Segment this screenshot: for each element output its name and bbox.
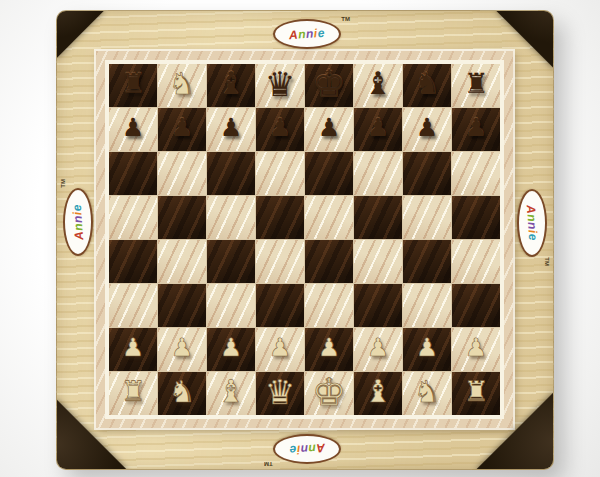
trademark-symbol: TM [544,257,550,266]
piece-light-pawn[interactable]: ♟ [416,335,438,360]
piece-dark-pawn[interactable]: ♟ [416,115,438,140]
square-a6[interactable] [109,152,157,195]
square-e3[interactable] [305,284,353,327]
photo-background: ♜♞♝♛♚♝♞♜♟♟♟♟♟♟♟♟♟♟♟♟♟♟♟♟♜♞♝♛♚♝♞♜ Annie T… [0,0,600,477]
square-e2[interactable]: ♟ [305,328,353,371]
annie-logo-bottom: Annie TM [273,434,341,464]
square-d6[interactable] [256,152,304,195]
square-h5[interactable] [452,196,500,239]
piece-light-knight[interactable]: ♞ [169,69,196,99]
square-e4[interactable] [305,240,353,283]
piece-dark-bishop[interactable]: ♝ [364,68,392,99]
brand-text: Annie [524,205,540,242]
square-d3[interactable] [256,284,304,327]
piece-light-knight[interactable]: ♞ [169,377,196,407]
square-g8[interactable]: ♞ [403,64,451,107]
brand-text: Annie [289,26,326,42]
piece-light-rook[interactable]: ♜ [120,378,145,406]
annie-logo-right: Annie TM [517,189,547,257]
trademark-symbol: TM [60,179,66,188]
square-h2[interactable]: ♟ [452,328,500,371]
square-d1[interactable]: ♛ [256,372,304,415]
square-h6[interactable] [452,152,500,195]
square-c8[interactable]: ♝ [207,64,255,107]
piece-light-pawn[interactable]: ♟ [465,335,487,360]
square-b1[interactable]: ♞ [158,372,206,415]
piece-light-bishop[interactable]: ♝ [364,376,392,407]
square-b7[interactable]: ♟ [158,108,206,151]
square-c6[interactable] [207,152,255,195]
piece-dark-pawn[interactable]: ♟ [367,115,389,140]
square-h4[interactable] [452,240,500,283]
square-d5[interactable] [256,196,304,239]
piece-light-rook[interactable]: ♜ [463,378,488,406]
square-b5[interactable] [158,196,206,239]
piece-dark-pawn[interactable]: ♟ [122,115,144,140]
piece-light-pawn[interactable]: ♟ [318,335,340,360]
square-a8[interactable]: ♜ [109,64,157,107]
square-f7[interactable]: ♟ [354,108,402,151]
trademark-symbol: TM [264,461,273,467]
square-g1[interactable]: ♞ [403,372,451,415]
annie-logo-left: Annie TM [63,188,93,256]
piece-light-pawn[interactable]: ♟ [220,335,242,360]
square-d2[interactable]: ♟ [256,328,304,371]
square-e8[interactable]: ♚ [305,64,353,107]
piece-light-knight[interactable]: ♞ [414,377,441,407]
square-a1[interactable]: ♜ [109,372,157,415]
brand-text: Annie [70,204,86,241]
square-f1[interactable]: ♝ [354,372,402,415]
square-f6[interactable] [354,152,402,195]
piece-light-king[interactable]: ♚ [312,373,346,411]
square-e1[interactable]: ♚ [305,372,353,415]
piece-dark-pawn[interactable]: ♟ [171,115,193,140]
chess-board: ♜♞♝♛♚♝♞♜♟♟♟♟♟♟♟♟♟♟♟♟♟♟♟♟♜♞♝♛♚♝♞♜ Annie T… [56,10,554,470]
square-c2[interactable]: ♟ [207,328,255,371]
square-a3[interactable] [109,284,157,327]
square-b2[interactable]: ♟ [158,328,206,371]
square-f8[interactable]: ♝ [354,64,402,107]
piece-light-pawn[interactable]: ♟ [122,335,144,360]
square-h7[interactable]: ♟ [452,108,500,151]
square-a5[interactable] [109,196,157,239]
square-b4[interactable] [158,240,206,283]
square-f5[interactable] [354,196,402,239]
square-g7[interactable]: ♟ [403,108,451,151]
square-g4[interactable] [403,240,451,283]
piece-dark-pawn[interactable]: ♟ [465,115,487,140]
square-h8[interactable]: ♜ [452,64,500,107]
piece-light-pawn[interactable]: ♟ [367,335,389,360]
square-g3[interactable] [403,284,451,327]
piece-dark-knight[interactable]: ♞ [414,69,441,99]
square-a7[interactable]: ♟ [109,108,157,151]
piece-dark-pawn[interactable]: ♟ [269,115,291,140]
square-e5[interactable] [305,196,353,239]
square-d8[interactable]: ♛ [256,64,304,107]
square-g6[interactable] [403,152,451,195]
piece-dark-rook[interactable]: ♜ [120,70,145,98]
square-a4[interactable] [109,240,157,283]
piece-dark-rook[interactable]: ♜ [463,70,488,98]
chess-grid: ♜♞♝♛♚♝♞♜♟♟♟♟♟♟♟♟♟♟♟♟♟♟♟♟♜♞♝♛♚♝♞♜ [105,60,504,419]
square-h1[interactable]: ♜ [452,372,500,415]
piece-dark-queen[interactable]: ♛ [265,67,295,101]
square-c7[interactable]: ♟ [207,108,255,151]
piece-light-pawn[interactable]: ♟ [269,335,291,360]
trademark-symbol: TM [341,16,350,22]
square-c4[interactable] [207,240,255,283]
square-d7[interactable]: ♟ [256,108,304,151]
piece-dark-bishop[interactable]: ♝ [217,68,245,99]
square-c5[interactable] [207,196,255,239]
piece-light-pawn[interactable]: ♟ [171,335,193,360]
piece-light-bishop[interactable]: ♝ [217,376,245,407]
board-sheet: ♜♞♝♛♚♝♞♜♟♟♟♟♟♟♟♟♟♟♟♟♟♟♟♟♜♞♝♛♚♝♞♜ [96,51,513,428]
square-f3[interactable] [354,284,402,327]
piece-dark-pawn[interactable]: ♟ [220,115,242,140]
square-a2[interactable]: ♟ [109,328,157,371]
brand-text: Annie [289,441,326,457]
square-g5[interactable] [403,196,451,239]
piece-dark-king[interactable]: ♚ [312,65,346,103]
square-h3[interactable] [452,284,500,327]
square-d4[interactable] [256,240,304,283]
square-c1[interactable]: ♝ [207,372,255,415]
square-f2[interactable]: ♟ [354,328,402,371]
piece-dark-pawn[interactable]: ♟ [318,115,340,140]
piece-light-queen[interactable]: ♛ [265,375,295,409]
square-f4[interactable] [354,240,402,283]
square-b8[interactable]: ♞ [158,64,206,107]
square-b3[interactable] [158,284,206,327]
square-e6[interactable] [305,152,353,195]
annie-logo-top: Annie TM [273,19,341,49]
square-b6[interactable] [158,152,206,195]
square-c3[interactable] [207,284,255,327]
square-e7[interactable]: ♟ [305,108,353,151]
square-g2[interactable]: ♟ [403,328,451,371]
